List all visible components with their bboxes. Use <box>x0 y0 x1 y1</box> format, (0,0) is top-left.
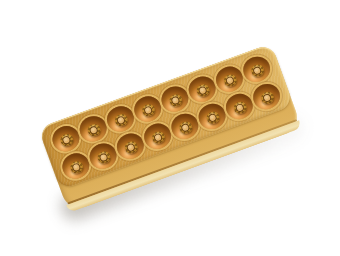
brass-knob <box>177 120 193 136</box>
knob-center-pin <box>262 93 272 103</box>
brass-knob <box>123 140 139 156</box>
pit-r1-c2[interactable] <box>76 112 110 145</box>
pit-r2-c2[interactable] <box>86 140 120 173</box>
pit-r2-c4[interactable] <box>141 120 175 153</box>
brass-knob <box>96 150 112 166</box>
brass-knob <box>140 103 156 119</box>
knob-center-pin <box>252 66 262 76</box>
pit-r1-c6[interactable] <box>185 73 219 106</box>
knob-center-pin <box>225 76 235 86</box>
knob-center-pin <box>143 106 153 116</box>
knob-center-pin <box>126 143 136 153</box>
knob-center-pin <box>89 125 99 135</box>
knob-center-pin <box>208 113 218 123</box>
pit-r1-c8[interactable] <box>240 53 274 86</box>
knob-center-pin <box>235 103 245 113</box>
knob-center-pin <box>180 123 190 133</box>
brass-knob <box>167 93 183 109</box>
knob-center-pin <box>198 86 208 96</box>
board-rotated-wrapper <box>38 43 302 212</box>
photo-background <box>0 0 340 256</box>
knob-center-pin <box>170 96 180 106</box>
knob-center-pin <box>61 135 71 145</box>
pit-r1-c3[interactable] <box>103 103 137 136</box>
brass-knob <box>222 73 238 89</box>
pit-r2-c6[interactable] <box>195 100 229 133</box>
brass-knob <box>58 133 74 149</box>
pit-r2-c8[interactable] <box>250 80 284 113</box>
knob-center-pin <box>71 163 81 173</box>
pit-r1-c5[interactable] <box>158 83 192 116</box>
pit-r2-c5[interactable] <box>168 110 202 143</box>
knob-center-pin <box>99 153 109 163</box>
pit-r1-c4[interactable] <box>131 93 165 126</box>
brass-knob <box>86 123 102 139</box>
pit-r2-c3[interactable] <box>113 130 147 163</box>
brass-knob <box>195 83 211 99</box>
brass-knob <box>205 110 221 126</box>
brass-knob <box>113 113 129 129</box>
pit-r1-c7[interactable] <box>212 63 246 96</box>
pit-r2-c7[interactable] <box>222 90 256 123</box>
brass-knob <box>249 63 265 79</box>
brass-knob <box>150 130 166 146</box>
knob-center-pin <box>153 133 163 143</box>
brass-knob <box>68 160 84 176</box>
brass-knob <box>259 90 275 106</box>
brass-knob <box>232 100 248 116</box>
pit-r1-c1[interactable] <box>49 122 83 155</box>
pit-r2-c1[interactable] <box>59 150 93 183</box>
knob-center-pin <box>116 115 126 125</box>
